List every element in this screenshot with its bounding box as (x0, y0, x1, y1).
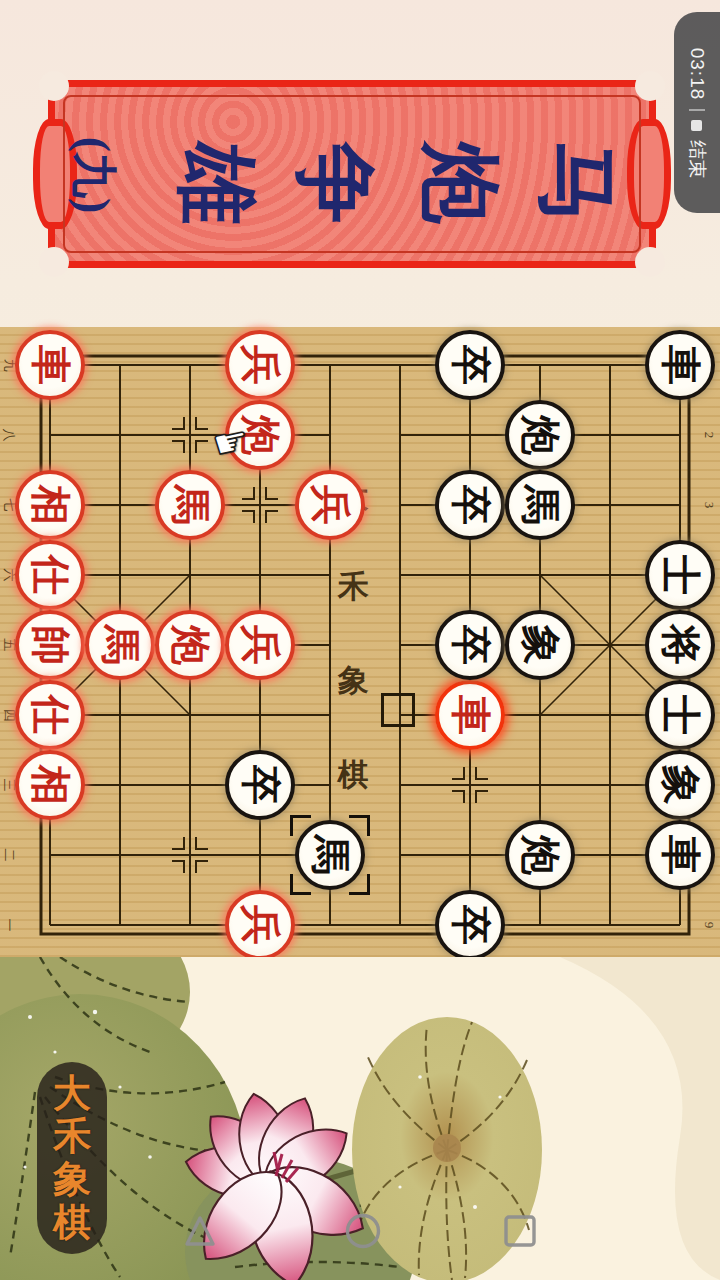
coord-left-6: 六 (0, 566, 16, 584)
river-char: 禾 (335, 566, 371, 608)
coord-left-8: 八 (0, 426, 16, 444)
piece-black-advisor[interactable]: 士 (645, 540, 715, 610)
coord-left-2: 二 (0, 846, 16, 864)
coord-left-1: 一 (0, 916, 16, 934)
piece-black-pawn[interactable]: 卒 (225, 750, 295, 820)
piece-red-horse[interactable]: 馬 (155, 470, 225, 540)
recents-square-icon[interactable] (506, 1217, 534, 1245)
coord-left-9: 九 (0, 356, 16, 374)
coord-left-5: 五 (0, 636, 16, 654)
stop-icon[interactable] (692, 120, 703, 131)
watermark-char: 大 (53, 1073, 91, 1114)
coord-left-7: 七 (0, 496, 16, 514)
title-plaque: 马炮争雄(九) (48, 80, 656, 268)
river-char: 象 (335, 660, 371, 702)
piece-red-general[interactable]: 帥 (15, 610, 85, 680)
piece-black-elephant[interactable]: 象 (645, 750, 715, 820)
plaque-subtitle: (九) (55, 144, 132, 206)
coord-left-3: 三 (0, 776, 16, 794)
piece-black-horse[interactable]: 馬 (295, 820, 365, 890)
piece-red-pawn[interactable]: 兵 (225, 890, 295, 960)
piece-black-pawn[interactable]: 卒 (435, 890, 505, 960)
move-from-marker (381, 693, 415, 727)
plaque-char: 马 (535, 128, 617, 238)
piece-red-chariot[interactable]: 車 (15, 330, 85, 400)
plaque-char: 雄 (175, 128, 257, 238)
watermark-char: 象 (53, 1159, 91, 1200)
piece-red-elephant[interactable]: 相 (15, 470, 85, 540)
piece-red-cannon[interactable]: 炮 (155, 610, 225, 680)
screen: { "app": { "watermark": "大禾象棋" }, "statu… (0, 0, 720, 1280)
home-circle-icon[interactable] (348, 1216, 379, 1247)
coord-right-2: 2 (701, 427, 717, 443)
piece-black-pawn[interactable]: 卒 (435, 470, 505, 540)
piece-black-elephant[interactable]: 象 (505, 610, 575, 680)
piece-red-advisor[interactable]: 仕 (15, 540, 85, 610)
piece-red-pawn[interactable]: 兵 (295, 470, 365, 540)
coord-right-9: 9 (701, 917, 717, 933)
piece-black-pawn[interactable]: 卒 (435, 610, 505, 680)
river-char: 棋 (335, 754, 371, 796)
back-triangle-icon[interactable] (187, 1218, 213, 1244)
divider (689, 109, 705, 111)
piece-black-pawn[interactable]: 卒 (435, 330, 505, 400)
piece-black-cannon[interactable]: 炮 (505, 400, 575, 470)
piece-red-advisor[interactable]: 仕 (15, 680, 85, 750)
piece-black-advisor[interactable]: 士 (645, 680, 715, 750)
navigation-bar (0, 1210, 720, 1280)
piece-red-chariot[interactable]: 車 (435, 680, 505, 750)
piece-red-horse[interactable]: 馬 (85, 610, 155, 680)
watermark-char: 禾 (53, 1116, 91, 1157)
piece-black-cannon[interactable]: 炮 (505, 820, 575, 890)
plaque-right-bump (627, 119, 671, 229)
coord-left-4: 四 (0, 706, 16, 724)
piece-red-pawn[interactable]: 兵 (225, 330, 295, 400)
coord-right-3: 3 (701, 497, 717, 513)
piece-black-general[interactable]: 将 (645, 610, 715, 680)
clock-time: 03:18 (686, 47, 708, 100)
status-pill: 03:18 结束 (674, 12, 720, 213)
end-button[interactable]: 结束 (684, 140, 710, 178)
piece-black-chariot[interactable]: 車 (645, 820, 715, 890)
piece-black-chariot[interactable]: 車 (645, 330, 715, 400)
plaque-char: 争 (293, 128, 375, 238)
piece-black-horse[interactable]: 馬 (505, 470, 575, 540)
piece-red-pawn[interactable]: 兵 (225, 610, 295, 680)
piece-red-elephant[interactable]: 相 (15, 750, 85, 820)
xiangqi-board[interactable]: 九八七六五四三二一123456789 大禾象棋 車兵炮相馬兵仕帥馬炮兵仕車相兵卒… (0, 327, 720, 957)
plaque-char: 炮 (418, 128, 500, 238)
